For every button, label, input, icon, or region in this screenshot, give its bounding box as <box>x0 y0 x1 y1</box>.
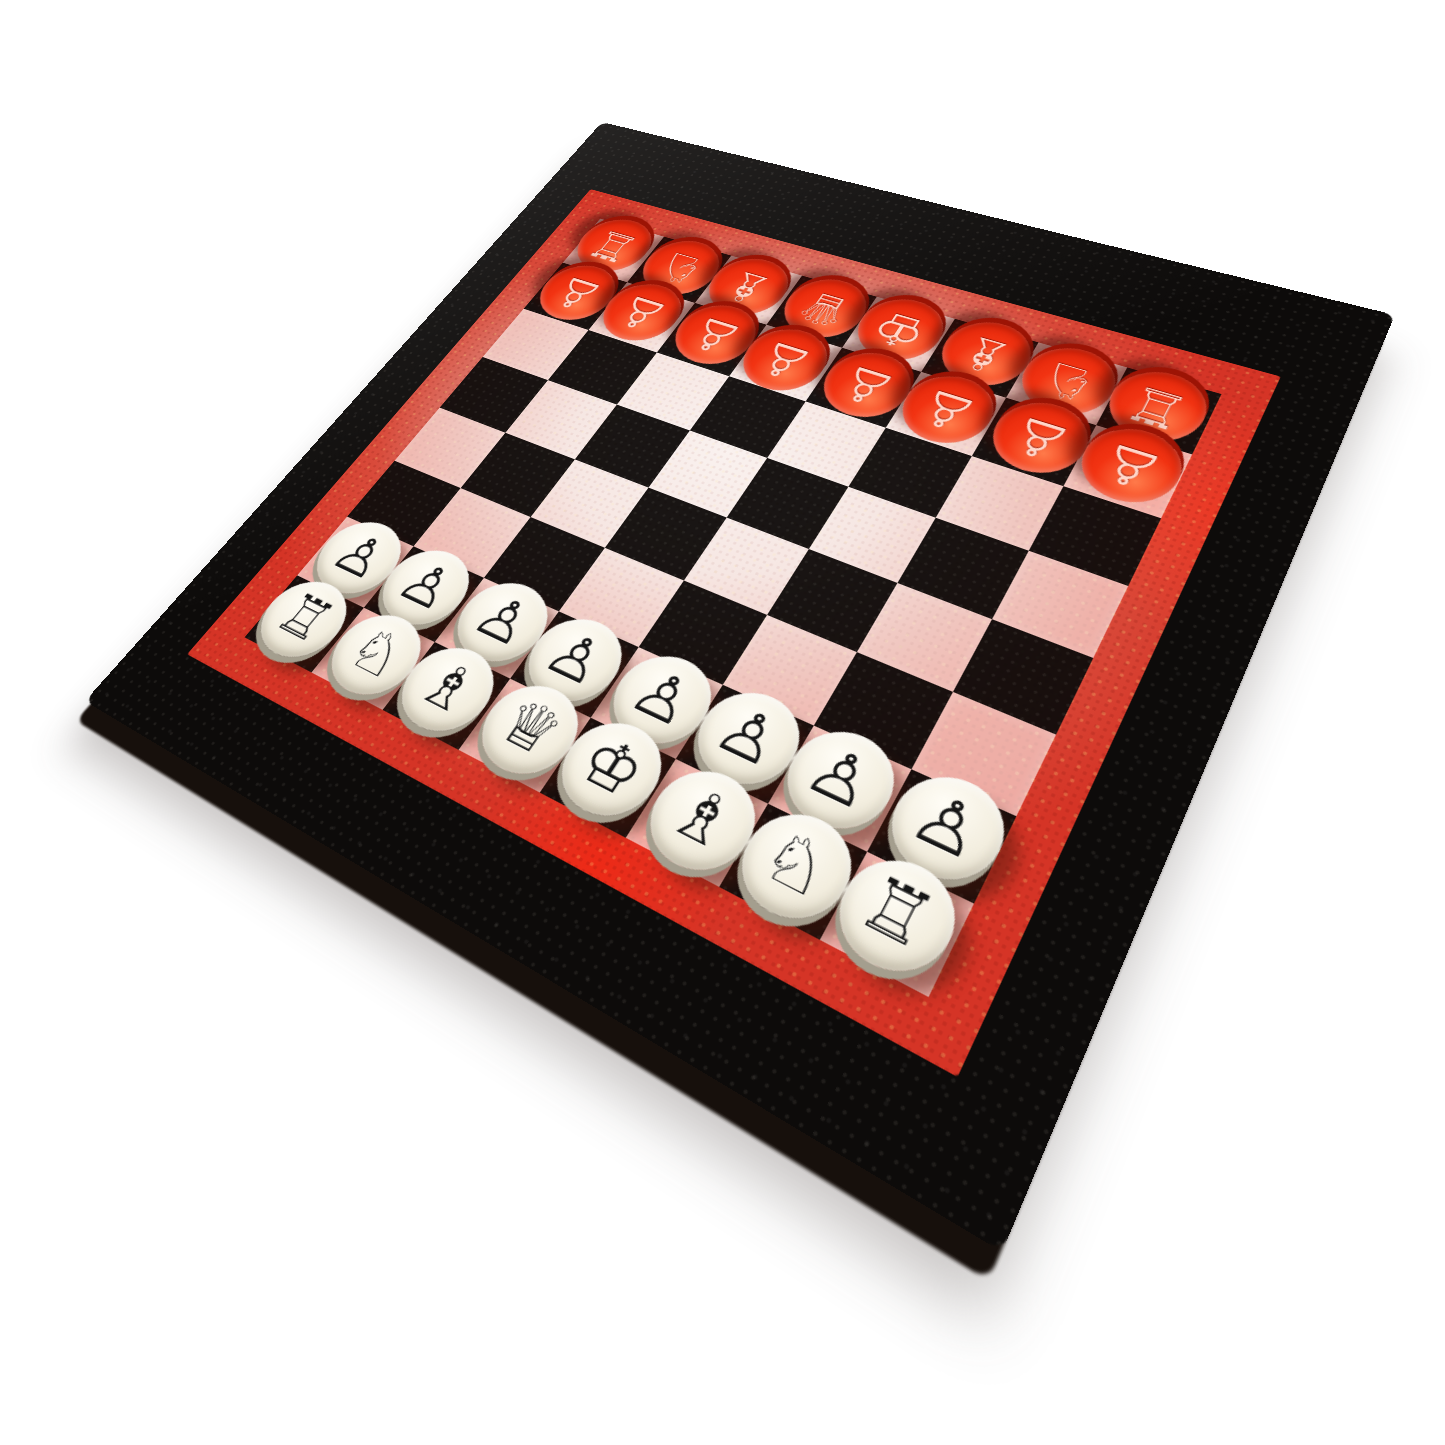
white-rook-icon: ♖ <box>848 863 946 962</box>
checkerboard: ♖♘♗♕♔♗♘♖♙♙♙♙♙♙♙♙♙♙♙♙♙♙♙♙♖♘♗♕♔♗♘♖ <box>245 219 1222 997</box>
white-pawn-icon: ♙ <box>534 622 618 695</box>
white-bishop-icon: ♗ <box>657 774 749 862</box>
white-pawn-icon: ♙ <box>388 553 467 619</box>
white-bishop-icon: ♗ <box>407 651 490 725</box>
white-pawn-icon: ♙ <box>900 780 995 872</box>
red-king-icon: ♔ <box>863 305 936 357</box>
red-pawn-icon: ♙ <box>607 289 676 338</box>
white-pawn-icon: ♙ <box>795 735 887 821</box>
white-pawn-icon: ♙ <box>463 586 544 655</box>
red-rook-icon: ♖ <box>581 224 647 268</box>
red-pawn-icon: ♙ <box>1089 435 1170 499</box>
white-pawn-icon: ♙ <box>705 696 794 778</box>
board-photo: ♖♘♗♕♔♗♘♖♙♙♙♙♙♙♙♙♙♙♙♙♙♙♙♙♖♘♗♕♔♗♘♖ <box>0 0 1445 1445</box>
red-bishop-icon: ♗ <box>948 328 1023 383</box>
red-pawn-icon: ♙ <box>747 334 820 387</box>
red-pawn-icon: ♙ <box>999 409 1078 470</box>
chessboard-frame: ♖♘♗♕♔♗♘♖♙♙♙♙♙♙♙♙♙♙♙♙♙♙♙♙♖♘♗♕♔♗♘♖ <box>85 122 1395 1252</box>
white-knight-icon: ♘ <box>749 817 844 910</box>
stenciled-play-area: ♖♘♗♕♔♗♘♖♙♙♙♙♙♙♙♙♙♙♙♙♙♙♙♙♖♘♗♕♔♗♘♖ <box>187 189 1281 1077</box>
red-pawn-icon: ♙ <box>908 382 985 440</box>
red-pawn-icon: ♙ <box>679 311 750 362</box>
white-queen-icon: ♕ <box>488 689 574 767</box>
red-queen-icon: ♕ <box>789 284 860 334</box>
red-pawn-icon: ♙ <box>829 358 904 414</box>
white-king-icon: ♔ <box>568 726 657 809</box>
